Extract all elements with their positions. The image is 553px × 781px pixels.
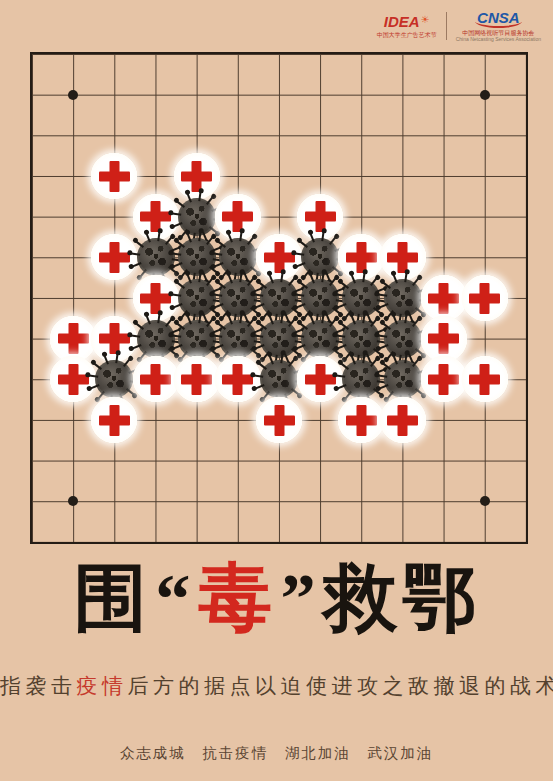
subtitle-pre: 指袭击 — [0, 674, 77, 698]
cnsa-logo: CNSA 中国网络视听节目服务协会 China Netcasting Servi… — [456, 10, 541, 42]
coronavirus-stone — [301, 320, 339, 358]
title-chars-jiu-e: 救鄂 — [324, 557, 480, 639]
coronavirus-stone — [260, 279, 298, 317]
coronavirus-stone — [384, 279, 422, 317]
coronavirus-stone — [301, 279, 339, 317]
red-cross-stone — [256, 397, 303, 444]
coronavirus-stone — [384, 360, 422, 398]
coronavirus-stone — [219, 320, 257, 358]
subtitle-red-yiqing: 疫情 — [77, 674, 128, 698]
coronavirus-stone — [342, 320, 380, 358]
poster-subtitle: 指袭击疫情后方的据点以迫使进攻之敌撤退的战术 — [0, 672, 553, 700]
coronavirus-stone — [384, 320, 422, 358]
red-cross-stone — [338, 397, 385, 444]
coronavirus-stone — [137, 238, 175, 276]
red-cross-stone — [91, 153, 138, 200]
cnsa-logo-subtext: China Netcasting Services Association — [456, 37, 541, 42]
star-point — [68, 496, 78, 506]
header-logos: IDEA☀ 中国大学生广告艺术节 CNSA 中国网络视听节目服务协会 China… — [377, 10, 541, 42]
coronavirus-stone — [178, 238, 216, 276]
red-cross-stone — [132, 356, 179, 403]
coronavirus-stone — [260, 320, 298, 358]
idea-logo-tagline: 中国大学生广告艺术节 — [377, 32, 437, 38]
star-point — [68, 90, 78, 100]
subtitle-post: 后方的据点以迫使进攻之敌撤退的战术 — [128, 674, 553, 698]
coronavirus-stone — [219, 279, 257, 317]
footer-slogans: 众志成城 抗击疫情 湖北加油 武汉加油 — [0, 744, 553, 763]
red-cross-stone — [173, 356, 220, 403]
coronavirus-stone — [342, 279, 380, 317]
red-cross-stone — [91, 397, 138, 444]
title-char-du-red: 毒 — [199, 557, 277, 639]
coronavirus-stone — [137, 320, 175, 358]
title-char-wei: 围 — [73, 557, 151, 639]
star-point — [480, 90, 490, 100]
coronavirus-stone — [342, 360, 380, 398]
red-cross-stone — [420, 356, 467, 403]
star-point — [480, 496, 490, 506]
logo-divider — [446, 12, 447, 40]
cnsa-logo-text: CNSA — [475, 10, 522, 28]
coronavirus-stone — [95, 360, 133, 398]
poster-title: 围“毒”救鄂 — [0, 552, 553, 645]
coronavirus-stone — [178, 279, 216, 317]
coronavirus-stone — [301, 238, 339, 276]
title-open-quote: “ — [155, 555, 194, 643]
go-board — [30, 52, 528, 544]
red-cross-stone — [461, 356, 508, 403]
idea-logo: IDEA☀ 中国大学生广告艺术节 — [377, 14, 437, 38]
title-close-quote: ” — [281, 555, 320, 643]
red-cross-stone — [379, 397, 426, 444]
poster: IDEA☀ 中国大学生广告艺术节 CNSA 中国网络视听节目服务协会 China… — [0, 0, 553, 781]
coronavirus-stone — [178, 198, 216, 236]
coronavirus-stone — [178, 320, 216, 358]
sunburst-icon: ☀ — [421, 14, 430, 25]
coronavirus-stone — [260, 360, 298, 398]
idea-logo-text: IDEA — [384, 13, 420, 30]
coronavirus-stone — [219, 238, 257, 276]
red-cross-stone — [461, 275, 508, 322]
